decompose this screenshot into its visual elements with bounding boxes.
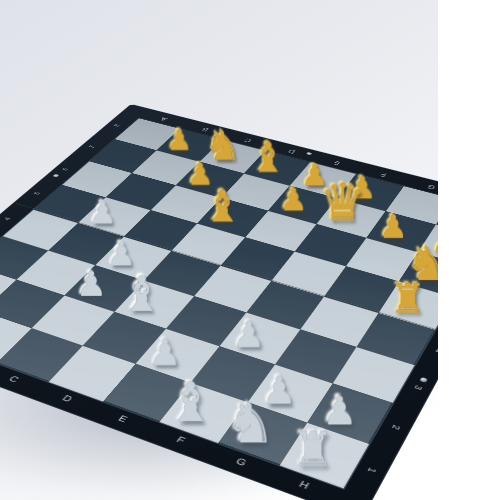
screw-dot [419, 377, 428, 383]
gold-bishop-d8: ♝ [250, 137, 287, 178]
silver-pawn-b5: ♟ [89, 196, 117, 228]
silver-bishop-d3: ♝ [120, 269, 164, 318]
gold-pawn-e7: ♟ [280, 184, 308, 215]
silver-pawn-e2: ♟ [148, 334, 181, 371]
silver-rook-h1: ♜ [292, 426, 334, 473]
gold-queen-f7: ♛ [319, 177, 365, 229]
silver-bishop-f1: ♝ [166, 375, 215, 430]
gold-rook-h5: ♜ [390, 279, 426, 319]
white-crop-strip [438, 0, 500, 500]
silver-pawn-f3: ♟ [233, 316, 266, 352]
silver-knight-g1: ♞ [226, 395, 276, 451]
gold-pawn-g7: ♟ [379, 211, 408, 243]
silver-pawn-c3: ♟ [76, 267, 107, 301]
gold-pawn-b8: ♟ [167, 126, 193, 155]
screw-dot [306, 152, 313, 156]
gold-bishop-d6: ♝ [203, 184, 243, 228]
screw-dot [52, 174, 60, 178]
